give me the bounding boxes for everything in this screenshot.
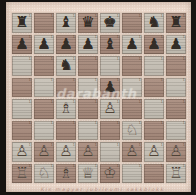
- square-b7[interactable]: 1♟: [34, 35, 54, 55]
- square-g4[interactable]: 1: [144, 99, 164, 119]
- square-c1[interactable]: 1♗: [56, 164, 76, 184]
- square-c7[interactable]: 1♟: [56, 35, 76, 55]
- square-e2[interactable]: 1: [100, 142, 120, 162]
- white-pawn: ♙: [81, 144, 94, 159]
- square-d6[interactable]: 1: [78, 56, 98, 76]
- square-c6[interactable]: 1♞: [56, 56, 76, 76]
- black-knight: ♞: [147, 15, 160, 30]
- stamp-denomination: 1: [116, 100, 119, 104]
- stamp-denomination: 1: [50, 14, 53, 18]
- stamp-denomination: 1: [28, 164, 31, 168]
- square-d3[interactable]: 1: [78, 121, 98, 141]
- white-king: ♔: [103, 165, 116, 180]
- stamp-denomination: 1: [160, 164, 163, 168]
- square-b1[interactable]: 1♘: [34, 164, 54, 184]
- square-h7[interactable]: 1♟: [166, 35, 186, 55]
- white-pawn: ♙: [147, 144, 160, 159]
- stamp-denomination: 1: [138, 14, 141, 18]
- square-a1[interactable]: 1♖: [12, 164, 32, 184]
- square-a8[interactable]: 1♜: [12, 13, 32, 33]
- square-e4[interactable]: 1♙: [100, 99, 120, 119]
- square-b4[interactable]: 1: [34, 99, 54, 119]
- stamp-denomination: 1: [28, 35, 31, 39]
- square-h1[interactable]: 1♖: [166, 164, 186, 184]
- black-knight: ♞: [59, 58, 72, 73]
- black-king: ♚: [103, 15, 116, 30]
- white-knight: ♘: [125, 122, 138, 137]
- stamp-denomination: 1: [50, 143, 53, 147]
- square-f7[interactable]: 1♟: [122, 35, 142, 55]
- square-c2[interactable]: 1♙: [56, 142, 76, 162]
- white-knight: ♘: [37, 165, 50, 180]
- stamp-denomination: 1: [28, 143, 31, 147]
- stamp-denomination: 1: [72, 14, 75, 18]
- stamp-denomination: 1: [50, 164, 53, 168]
- square-g8[interactable]: 1♞: [144, 13, 164, 33]
- square-e3[interactable]: 1: [100, 121, 120, 141]
- square-g2[interactable]: 1♙: [144, 142, 164, 162]
- white-rook: ♖: [15, 165, 28, 180]
- square-b3[interactable]: 1: [34, 121, 54, 141]
- stamp-denomination: 1: [50, 100, 53, 104]
- stamp-denomination: 1: [160, 143, 163, 147]
- stamp-denomination: 1: [94, 143, 97, 147]
- square-d7[interactable]: 1♟: [78, 35, 98, 55]
- square-f3[interactable]: 1♘: [122, 121, 142, 141]
- white-rook: ♖: [169, 165, 182, 180]
- stamp-denomination: 1: [138, 35, 141, 39]
- stamp-denomination: 1: [94, 14, 97, 18]
- square-g3[interactable]: 1: [144, 121, 164, 141]
- white-pawn: ♙: [169, 144, 182, 159]
- stamp-denomination: 1: [138, 143, 141, 147]
- stamp-denomination: 1: [94, 121, 97, 125]
- stamp-denomination: 1: [72, 143, 75, 147]
- stamp-denomination: 1: [50, 57, 53, 61]
- stamp-denomination: 1: [160, 78, 163, 82]
- stamp-denomination: 1: [160, 14, 163, 18]
- stamp-denomination: 1: [116, 57, 119, 61]
- black-pawn: ♟: [169, 36, 182, 51]
- black-pawn: ♟: [15, 36, 28, 51]
- black-pawn: ♟: [37, 36, 50, 51]
- stamp-denomination: 1: [160, 57, 163, 61]
- stamp-denomination: 1: [94, 100, 97, 104]
- square-e7[interactable]: 1♝: [100, 35, 120, 55]
- chess-stamp-sheet-photo: 1♜11♝1♛1♚11♞1♜1♟1♟1♟1♟1♝1♟1♟1♟111♞111111…: [0, 0, 196, 195]
- stamp-denomination: 1: [182, 78, 185, 82]
- square-g7[interactable]: 1♟: [144, 35, 164, 55]
- square-b5[interactable]: 1: [34, 78, 54, 98]
- square-e8[interactable]: 1♚: [100, 13, 120, 33]
- square-h4[interactable]: 1: [166, 99, 186, 119]
- square-h2[interactable]: 1♙: [166, 142, 186, 162]
- square-a7[interactable]: 1♟: [12, 35, 32, 55]
- square-b2[interactable]: 1♙: [34, 142, 54, 162]
- chess-board: 1♜11♝1♛1♚11♞1♜1♟1♟1♟1♟1♝1♟1♟1♟111♞111111…: [12, 13, 186, 183]
- square-d4[interactable]: 1: [78, 99, 98, 119]
- stamp-denomination: 1: [116, 164, 119, 168]
- white-bishop: ♗: [59, 101, 72, 116]
- square-f6[interactable]: 1: [122, 56, 142, 76]
- stamp-denomination: 1: [182, 35, 185, 39]
- stamp-denomination: 1: [182, 57, 185, 61]
- black-pawn: ♟: [59, 36, 72, 51]
- square-h6[interactable]: 1: [166, 56, 186, 76]
- square-f8[interactable]: 1: [122, 13, 142, 33]
- stamp-denomination: 1: [138, 78, 141, 82]
- stamp-denomination: 1: [182, 14, 185, 18]
- stamp-denomination: 1: [94, 35, 97, 39]
- square-a2[interactable]: 1♙: [12, 142, 32, 162]
- stamp-denomination: 1: [72, 57, 75, 61]
- stamp-denomination: 1: [160, 121, 163, 125]
- black-pawn: ♟: [147, 36, 160, 51]
- black-bishop: ♝: [59, 15, 72, 30]
- square-c3[interactable]: 1: [56, 121, 76, 141]
- black-bishop: ♝: [103, 36, 116, 51]
- square-b6[interactable]: 1: [34, 56, 54, 76]
- stamp-denomination: 1: [72, 35, 75, 39]
- stamp-denomination: 1: [116, 121, 119, 125]
- stamp-denomination: 1: [72, 121, 75, 125]
- square-h3[interactable]: 1: [166, 121, 186, 141]
- white-pawn: ♙: [103, 101, 116, 116]
- stamp-denomination: 1: [160, 35, 163, 39]
- black-rook: ♜: [169, 15, 182, 30]
- square-e5[interactable]: 1♟: [100, 78, 120, 98]
- square-a6[interactable]: 1: [12, 56, 32, 76]
- black-pawn: ♟: [103, 79, 116, 94]
- square-h5[interactable]: 1: [166, 78, 186, 98]
- stamp-denomination: 1: [182, 121, 185, 125]
- square-f5[interactable]: 1: [122, 78, 142, 98]
- stamp-denomination: 1: [138, 164, 141, 168]
- square-f4[interactable]: 1: [122, 99, 142, 119]
- square-c4[interactable]: 1♗: [56, 99, 76, 119]
- white-pawn: ♙: [125, 144, 138, 159]
- stamp-denomination: 1: [182, 143, 185, 147]
- stamp-denomination: 1: [182, 100, 185, 104]
- black-rook: ♜: [15, 15, 28, 30]
- square-h8[interactable]: 1♜: [166, 13, 186, 33]
- square-a3[interactable]: 1: [12, 121, 32, 141]
- square-b8[interactable]: 1: [34, 13, 54, 33]
- square-d5[interactable]: 1: [78, 78, 98, 98]
- square-a5[interactable]: 1: [12, 78, 32, 98]
- stamp-denomination: 1: [94, 164, 97, 168]
- square-d1[interactable]: 1♕: [78, 164, 98, 184]
- stamp-denomination: 1: [28, 78, 31, 82]
- sheet-inscription: Kis magyar jubileumi sakkblokk: [20, 186, 185, 192]
- stamp-denomination: 1: [138, 100, 141, 104]
- square-d8[interactable]: 1♛: [78, 13, 98, 33]
- square-g5[interactable]: 1: [144, 78, 164, 98]
- stamp-denomination: 1: [28, 100, 31, 104]
- stamp-denomination: 1: [94, 78, 97, 82]
- stamp-denomination: 1: [72, 100, 75, 104]
- square-f1[interactable]: 1: [122, 164, 142, 184]
- stamp-denomination: 1: [116, 14, 119, 18]
- square-e1[interactable]: 1♔: [100, 164, 120, 184]
- stamp-denomination: 1: [138, 121, 141, 125]
- black-pawn: ♟: [125, 36, 138, 51]
- stamp-sheet-margin: 1♜11♝1♛1♚11♞1♜1♟1♟1♟1♟1♝1♟1♟1♟111♞111111…: [6, 2, 191, 192]
- white-bishop: ♗: [59, 165, 72, 180]
- white-pawn: ♙: [15, 144, 28, 159]
- stamp-denomination: 1: [72, 78, 75, 82]
- square-c5[interactable]: 1: [56, 78, 76, 98]
- stamp-denomination: 1: [116, 143, 119, 147]
- square-g1[interactable]: 1: [144, 164, 164, 184]
- stamp-denomination: 1: [160, 100, 163, 104]
- square-a4[interactable]: 1: [12, 99, 32, 119]
- stamp-denomination: 1: [28, 14, 31, 18]
- black-queen: ♛: [81, 15, 94, 30]
- black-pawn: ♟: [81, 36, 94, 51]
- white-pawn: ♙: [37, 144, 50, 159]
- square-c8[interactable]: 1♝: [56, 13, 76, 33]
- stamp-denomination: 1: [182, 164, 185, 168]
- stamp-denomination: 1: [94, 57, 97, 61]
- square-d2[interactable]: 1♙: [78, 142, 98, 162]
- square-g6[interactable]: 1: [144, 56, 164, 76]
- stamp-denomination: 1: [50, 35, 53, 39]
- stamp-denomination: 1: [50, 78, 53, 82]
- stamp-denomination: 1: [138, 57, 141, 61]
- stamp-denomination: 1: [28, 121, 31, 125]
- square-f2[interactable]: 1♙: [122, 142, 142, 162]
- white-pawn: ♙: [59, 144, 72, 159]
- stamp-denomination: 1: [116, 35, 119, 39]
- square-e6[interactable]: 1: [100, 56, 120, 76]
- stamp-denomination: 1: [116, 78, 119, 82]
- stamp-denomination: 1: [28, 57, 31, 61]
- stamp-denomination: 1: [72, 164, 75, 168]
- stamp-denomination: 1: [50, 121, 53, 125]
- white-queen: ♕: [81, 165, 94, 180]
